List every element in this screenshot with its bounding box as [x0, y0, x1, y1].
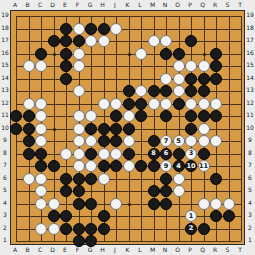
black-stone — [35, 160, 47, 172]
black-stone — [123, 148, 135, 160]
move-number: 7 — [164, 138, 169, 145]
grid-line — [16, 241, 241, 242]
white-stone — [73, 135, 85, 147]
star-point — [53, 53, 56, 56]
white-stone — [173, 85, 185, 97]
coordinate-label: C — [35, 246, 45, 254]
coordinate-label: 2 — [0, 224, 10, 232]
white-stone — [35, 98, 47, 110]
black-stone — [123, 123, 135, 135]
coordinate-label: O — [173, 246, 183, 254]
black-stone — [160, 198, 172, 210]
coordinate-label: 8 — [0, 149, 10, 157]
coordinate-label: 10 — [245, 124, 255, 132]
black-stone: 4 — [173, 160, 185, 172]
black-stone — [135, 110, 147, 122]
white-stone: 7 — [160, 135, 172, 147]
black-stone — [210, 210, 222, 222]
white-stone — [198, 98, 210, 110]
black-stone — [60, 223, 72, 235]
coordinate-label: 4 — [0, 199, 10, 207]
white-stone — [210, 98, 222, 110]
black-stone — [10, 123, 22, 135]
black-stone — [48, 160, 60, 172]
white-stone — [173, 73, 185, 85]
black-stone — [110, 110, 122, 122]
white-stone — [60, 148, 72, 160]
white-stone — [73, 85, 85, 97]
black-stone — [210, 110, 222, 122]
coordinate-label: G — [85, 1, 95, 9]
move-number: 6 — [164, 150, 169, 157]
black-stone — [110, 123, 122, 135]
white-stone — [35, 135, 47, 147]
coordinate-label: 6 — [0, 174, 10, 182]
coordinate-label: 7 — [245, 161, 255, 169]
black-stone — [23, 110, 35, 122]
grid-line — [16, 191, 241, 192]
white-stone — [185, 98, 197, 110]
black-stone — [73, 198, 85, 210]
move-number: 8 — [151, 150, 156, 157]
black-stone — [148, 185, 160, 197]
white-stone — [73, 148, 85, 160]
white-stone: 11 — [198, 160, 210, 172]
white-stone — [98, 98, 110, 110]
black-stone — [85, 148, 97, 160]
black-stone: 6 — [160, 148, 172, 160]
white-stone — [35, 60, 47, 72]
white-stone — [185, 60, 197, 72]
black-stone — [98, 23, 110, 35]
black-stone — [185, 123, 197, 135]
black-stone — [23, 123, 35, 135]
coordinate-label: F — [73, 246, 83, 254]
coordinate-label: N — [160, 246, 170, 254]
white-stone — [85, 135, 97, 147]
coordinate-label: E — [60, 1, 70, 9]
coordinate-label: J — [110, 246, 120, 254]
white-stone — [185, 135, 197, 147]
black-stone — [73, 173, 85, 185]
white-stone — [73, 48, 85, 60]
black-stone — [135, 160, 147, 172]
black-stone — [185, 73, 197, 85]
white-stone: 9 — [160, 160, 172, 172]
coordinate-label: 12 — [245, 99, 255, 107]
white-stone: 1 — [185, 210, 197, 222]
black-stone — [185, 85, 197, 97]
black-stone — [198, 73, 210, 85]
black-stone — [148, 135, 160, 147]
black-stone: 8 — [148, 148, 160, 160]
white-stone — [148, 98, 160, 110]
white-stone: 3 — [185, 148, 197, 160]
white-stone — [173, 173, 185, 185]
coordinate-label: 17 — [0, 36, 10, 44]
white-stone — [98, 148, 110, 160]
coordinate-label: 19 — [245, 11, 255, 19]
coordinate-label: 1 — [0, 236, 10, 244]
grid-line — [241, 16, 242, 241]
star-point — [128, 53, 131, 56]
coordinate-label: D — [48, 246, 58, 254]
coordinate-label: 5 — [245, 186, 255, 194]
coordinate-label: A — [10, 1, 20, 9]
black-stone — [160, 48, 172, 60]
coordinate-label: H — [98, 246, 108, 254]
coordinate-label: M — [148, 246, 158, 254]
white-stone — [73, 23, 85, 35]
black-stone — [198, 85, 210, 97]
black-stone — [35, 48, 47, 60]
black-stone — [85, 173, 97, 185]
white-stone — [123, 160, 135, 172]
coordinate-label: D — [48, 1, 58, 9]
black-stone — [160, 85, 172, 97]
white-stone — [98, 173, 110, 185]
black-stone — [210, 73, 222, 85]
white-stone — [173, 60, 185, 72]
white-stone — [35, 223, 47, 235]
black-stone — [10, 110, 22, 122]
black-stone — [123, 85, 135, 97]
move-number: 9 — [164, 163, 169, 170]
coordinate-label: 18 — [245, 24, 255, 32]
black-stone — [98, 135, 110, 147]
coordinate-label: 13 — [245, 86, 255, 94]
move-number: 10 — [186, 163, 195, 170]
black-stone — [85, 198, 97, 210]
coordinate-label: H — [98, 1, 108, 9]
coordinate-label: K — [123, 246, 133, 254]
black-stone: 2 — [185, 223, 197, 235]
white-stone — [160, 35, 172, 47]
coordinate-label: B — [23, 1, 33, 9]
coordinate-label: Q — [198, 1, 208, 9]
white-stone — [35, 198, 47, 210]
white-stone — [98, 35, 110, 47]
coordinate-label: 3 — [0, 211, 10, 219]
go-diagram: 7586394101112 AABBCCDDEEFFGGHHJJKKLLMMNN… — [0, 0, 255, 255]
black-stone — [73, 35, 85, 47]
white-stone — [110, 198, 122, 210]
coordinate-label: A — [10, 246, 20, 254]
white-stone — [48, 223, 60, 235]
black-stone — [73, 223, 85, 235]
black-stone — [23, 135, 35, 147]
white-stone — [135, 48, 147, 60]
white-stone — [210, 135, 222, 147]
white-stone — [35, 173, 47, 185]
coordinate-label: 11 — [0, 111, 10, 119]
black-stone — [98, 123, 110, 135]
white-stone — [123, 110, 135, 122]
coordinate-label: K — [123, 1, 133, 9]
black-stone — [110, 160, 122, 172]
coordinate-label: E — [60, 246, 70, 254]
star-point — [53, 128, 56, 131]
coordinate-label: 11 — [245, 111, 255, 119]
black-stone — [173, 148, 185, 160]
black-stone — [173, 48, 185, 60]
black-stone — [60, 185, 72, 197]
white-stone — [160, 98, 172, 110]
coordinate-label: T — [235, 246, 245, 254]
star-point — [203, 53, 206, 56]
white-stone — [123, 135, 135, 147]
go-board[interactable]: 7586394101112 — [10, 10, 245, 245]
coordinate-label: 6 — [245, 174, 255, 182]
coordinate-label: 9 — [245, 136, 255, 144]
coordinate-label: 15 — [245, 61, 255, 69]
coordinate-label: B — [23, 246, 33, 254]
black-stone — [60, 73, 72, 85]
white-stone — [73, 60, 85, 72]
coordinate-label: F — [73, 1, 83, 9]
black-stone: 10 — [185, 160, 197, 172]
black-stone — [48, 35, 60, 47]
coordinate-label: L — [135, 1, 145, 9]
black-stone — [223, 210, 235, 222]
white-stone — [173, 185, 185, 197]
white-stone — [23, 98, 35, 110]
coordinate-label: S — [223, 246, 233, 254]
black-stone — [60, 35, 72, 47]
black-stone — [135, 98, 147, 110]
black-stone — [198, 110, 210, 122]
coordinate-label: S — [223, 1, 233, 9]
white-stone — [223, 198, 235, 210]
coordinate-label: 18 — [0, 24, 10, 32]
black-stone — [148, 198, 160, 210]
white-stone — [110, 148, 122, 160]
black-stone — [185, 35, 197, 47]
move-number: 2 — [189, 225, 194, 232]
black-stone — [210, 60, 222, 72]
black-stone — [160, 173, 172, 185]
white-stone — [198, 135, 210, 147]
coordinate-label: T — [235, 1, 245, 9]
coordinate-label: 2 — [245, 224, 255, 232]
black-stone — [160, 185, 172, 197]
white-stone — [110, 23, 122, 35]
black-stone — [123, 98, 135, 110]
coordinate-label: N — [160, 1, 170, 9]
coordinate-label: C — [35, 1, 45, 9]
white-stone — [160, 73, 172, 85]
black-stone — [98, 160, 110, 172]
black-stone — [85, 223, 97, 235]
black-stone — [160, 110, 172, 122]
white-stone — [198, 123, 210, 135]
coordinate-label: P — [185, 1, 195, 9]
coordinate-label: 10 — [0, 124, 10, 132]
white-stone — [85, 160, 97, 172]
black-stone — [35, 148, 47, 160]
black-stone — [148, 85, 160, 97]
coordinate-label: 13 — [0, 86, 10, 94]
black-stone — [48, 210, 60, 222]
black-stone — [210, 48, 222, 60]
black-stone — [185, 110, 197, 122]
black-stone — [85, 23, 97, 35]
black-stone — [60, 23, 72, 35]
white-stone — [73, 160, 85, 172]
coordinate-label: J — [110, 1, 120, 9]
white-stone — [23, 173, 35, 185]
black-stone — [98, 223, 110, 235]
coordinate-label: 12 — [0, 99, 10, 107]
white-stone — [148, 35, 160, 47]
coordinate-label: 7 — [0, 161, 10, 169]
coordinate-label: Q — [198, 246, 208, 254]
coordinate-label: 15 — [0, 61, 10, 69]
coordinate-label: 17 — [245, 36, 255, 44]
coordinate-label: 19 — [0, 11, 10, 19]
black-stone — [148, 160, 160, 172]
white-stone — [110, 98, 122, 110]
black-stone — [73, 185, 85, 197]
coordinate-label: P — [185, 246, 195, 254]
coordinate-label: 4 — [245, 199, 255, 207]
move-number: 11 — [199, 163, 208, 170]
coordinate-label: 14 — [245, 74, 255, 82]
move-number: 1 — [189, 213, 194, 220]
move-number: 4 — [176, 163, 181, 170]
black-stone — [85, 123, 97, 135]
white-stone: 5 — [173, 135, 185, 147]
black-stone — [23, 148, 35, 160]
black-stone — [60, 48, 72, 60]
white-stone — [48, 198, 60, 210]
black-stone — [110, 135, 122, 147]
star-point — [128, 203, 131, 206]
coordinate-label: 16 — [0, 49, 10, 57]
white-stone — [135, 85, 147, 97]
white-stone — [198, 198, 210, 210]
move-number: 3 — [189, 150, 194, 157]
grid-line — [16, 179, 241, 180]
white-stone — [85, 110, 97, 122]
white-stone — [23, 60, 35, 72]
white-stone — [35, 185, 47, 197]
coordinate-label: 1 — [245, 236, 255, 244]
white-stone — [73, 110, 85, 122]
move-number: 5 — [176, 138, 181, 145]
coordinate-label: 9 — [0, 136, 10, 144]
coordinate-label: R — [210, 1, 220, 9]
coordinate-label: 8 — [245, 149, 255, 157]
white-stone — [85, 35, 97, 47]
black-stone — [173, 98, 185, 110]
coordinate-label: 5 — [0, 186, 10, 194]
coordinate-label: L — [135, 246, 145, 254]
coordinate-label: O — [173, 1, 183, 9]
black-stone — [60, 210, 72, 222]
coordinate-label: 16 — [245, 49, 255, 57]
coordinate-label: 3 — [245, 211, 255, 219]
white-stone — [35, 123, 47, 135]
black-stone — [210, 173, 222, 185]
black-stone — [198, 223, 210, 235]
black-stone — [60, 60, 72, 72]
coordinate-label: M — [148, 1, 158, 9]
coordinate-label: R — [210, 246, 220, 254]
white-stone — [210, 198, 222, 210]
white-stone — [35, 110, 47, 122]
black-stone — [60, 173, 72, 185]
coordinate-label: 14 — [0, 74, 10, 82]
coordinate-label: G — [85, 246, 95, 254]
white-stone — [198, 60, 210, 72]
black-stone — [198, 148, 210, 160]
black-stone — [98, 210, 110, 222]
white-stone — [73, 123, 85, 135]
